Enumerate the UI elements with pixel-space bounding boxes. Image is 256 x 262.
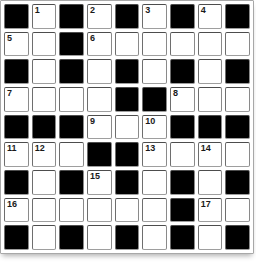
cell-r4c2[interactable]	[32, 87, 57, 112]
cell-r8c7-block	[170, 198, 195, 223]
cell-r3c6[interactable]	[142, 59, 167, 84]
crossword-widget: 1234567891011121314151617	[0, 0, 256, 262]
cell-r2c1[interactable]: 5	[4, 32, 29, 57]
cell-r4c7[interactable]: 8	[170, 87, 195, 112]
cell-r6c3[interactable]	[59, 142, 84, 167]
cell-r9c4[interactable]	[87, 225, 112, 250]
cell-r7c8[interactable]	[198, 170, 223, 195]
cell-r3c8[interactable]	[198, 59, 223, 84]
clue-number-11: 11	[7, 143, 17, 153]
cell-r5c2-block	[32, 115, 57, 140]
cell-r1c3-block	[59, 4, 84, 29]
clue-number-10: 10	[145, 116, 155, 126]
cell-r1c7-block	[170, 4, 195, 29]
cell-r5c9-block	[225, 115, 250, 140]
cell-r1c9-block	[225, 4, 250, 29]
cell-r3c3-block	[59, 59, 84, 84]
cell-r9c1-block	[4, 225, 29, 250]
cell-r4c9[interactable]	[225, 87, 250, 112]
cell-r6c5-block	[115, 142, 140, 167]
cell-r8c3[interactable]	[59, 198, 84, 223]
cell-r2c9[interactable]	[225, 32, 250, 57]
cell-r9c6[interactable]	[142, 225, 167, 250]
cell-r2c6[interactable]	[142, 32, 167, 57]
cell-r7c7-block	[170, 170, 195, 195]
cell-r8c2[interactable]	[32, 198, 57, 223]
crossword-board: 1234567891011121314151617	[0, 0, 254, 254]
cell-r2c4[interactable]: 6	[87, 32, 112, 57]
cell-r8c5[interactable]	[115, 198, 140, 223]
clue-number-12: 12	[35, 143, 45, 153]
cell-r3c2[interactable]	[32, 59, 57, 84]
cell-r4c4[interactable]	[87, 87, 112, 112]
cell-r5c3-block	[59, 115, 84, 140]
cell-r6c2[interactable]: 12	[32, 142, 57, 167]
clue-number-9: 9	[90, 116, 95, 126]
cell-r6c6[interactable]: 13	[142, 142, 167, 167]
cell-r8c4[interactable]	[87, 198, 112, 223]
clue-number-4: 4	[201, 5, 206, 15]
cell-r8c1[interactable]: 16	[4, 198, 29, 223]
cell-r7c9-block	[225, 170, 250, 195]
cell-r8c6[interactable]	[142, 198, 167, 223]
cell-r6c9[interactable]	[225, 142, 250, 167]
cell-r5c5[interactable]	[115, 115, 140, 140]
clue-number-16: 16	[7, 199, 17, 209]
cell-r5c6[interactable]: 10	[142, 115, 167, 140]
cell-r9c2[interactable]	[32, 225, 57, 250]
cell-r2c5[interactable]	[115, 32, 140, 57]
clue-number-1: 1	[35, 5, 40, 15]
cell-r2c8[interactable]	[198, 32, 223, 57]
cell-r5c8-block	[198, 115, 223, 140]
clue-number-14: 14	[201, 143, 211, 153]
cell-r7c2[interactable]	[32, 170, 57, 195]
clue-number-2: 2	[90, 5, 95, 15]
cell-r1c1-block	[4, 4, 29, 29]
cell-r9c5-block	[115, 225, 140, 250]
cell-r4c6-block	[142, 87, 167, 112]
cell-r7c4[interactable]: 15	[87, 170, 112, 195]
cell-r1c5-block	[115, 4, 140, 29]
crossword-grid: 1234567891011121314151617	[4, 4, 250, 250]
cell-r3c1-block	[4, 59, 29, 84]
clue-number-8: 8	[173, 88, 178, 98]
cell-r3c7-block	[170, 59, 195, 84]
cell-r1c4[interactable]: 2	[87, 4, 112, 29]
cell-r6c7[interactable]	[170, 142, 195, 167]
clue-number-17: 17	[201, 199, 211, 209]
cell-r4c3[interactable]	[59, 87, 84, 112]
cell-r7c1-block	[4, 170, 29, 195]
cell-r6c1[interactable]: 11	[4, 142, 29, 167]
cell-r7c3-block	[59, 170, 84, 195]
cell-r4c1[interactable]: 7	[4, 87, 29, 112]
cell-r7c6[interactable]	[142, 170, 167, 195]
cell-r2c7[interactable]	[170, 32, 195, 57]
cell-r1c8[interactable]: 4	[198, 4, 223, 29]
clue-number-3: 3	[145, 5, 150, 15]
cell-r4c5-block	[115, 87, 140, 112]
cell-r8c9[interactable]	[225, 198, 250, 223]
cell-r9c7-block	[170, 225, 195, 250]
cell-r6c8[interactable]: 14	[198, 142, 223, 167]
cell-r1c2[interactable]: 1	[32, 4, 57, 29]
cell-r5c7-block	[170, 115, 195, 140]
cell-r4c8[interactable]	[198, 87, 223, 112]
cell-r1c6[interactable]: 3	[142, 4, 167, 29]
cell-r9c3-block	[59, 225, 84, 250]
cell-r8c8[interactable]: 17	[198, 198, 223, 223]
clue-number-5: 5	[7, 33, 12, 43]
cell-r2c2[interactable]	[32, 32, 57, 57]
cell-r3c4[interactable]	[87, 59, 112, 84]
cell-r9c9-block	[225, 225, 250, 250]
clue-number-13: 13	[145, 143, 155, 153]
cell-r6c4-block	[87, 142, 112, 167]
clue-number-15: 15	[90, 171, 100, 181]
cell-r3c5-block	[115, 59, 140, 84]
cell-r5c1-block	[4, 115, 29, 140]
cell-r9c8[interactable]	[198, 225, 223, 250]
cell-r2c3-block	[59, 32, 84, 57]
clue-number-7: 7	[7, 88, 12, 98]
clue-number-6: 6	[90, 33, 95, 43]
cell-r3c9-block	[225, 59, 250, 84]
cell-r5c4[interactable]: 9	[87, 115, 112, 140]
cell-r7c5-block	[115, 170, 140, 195]
